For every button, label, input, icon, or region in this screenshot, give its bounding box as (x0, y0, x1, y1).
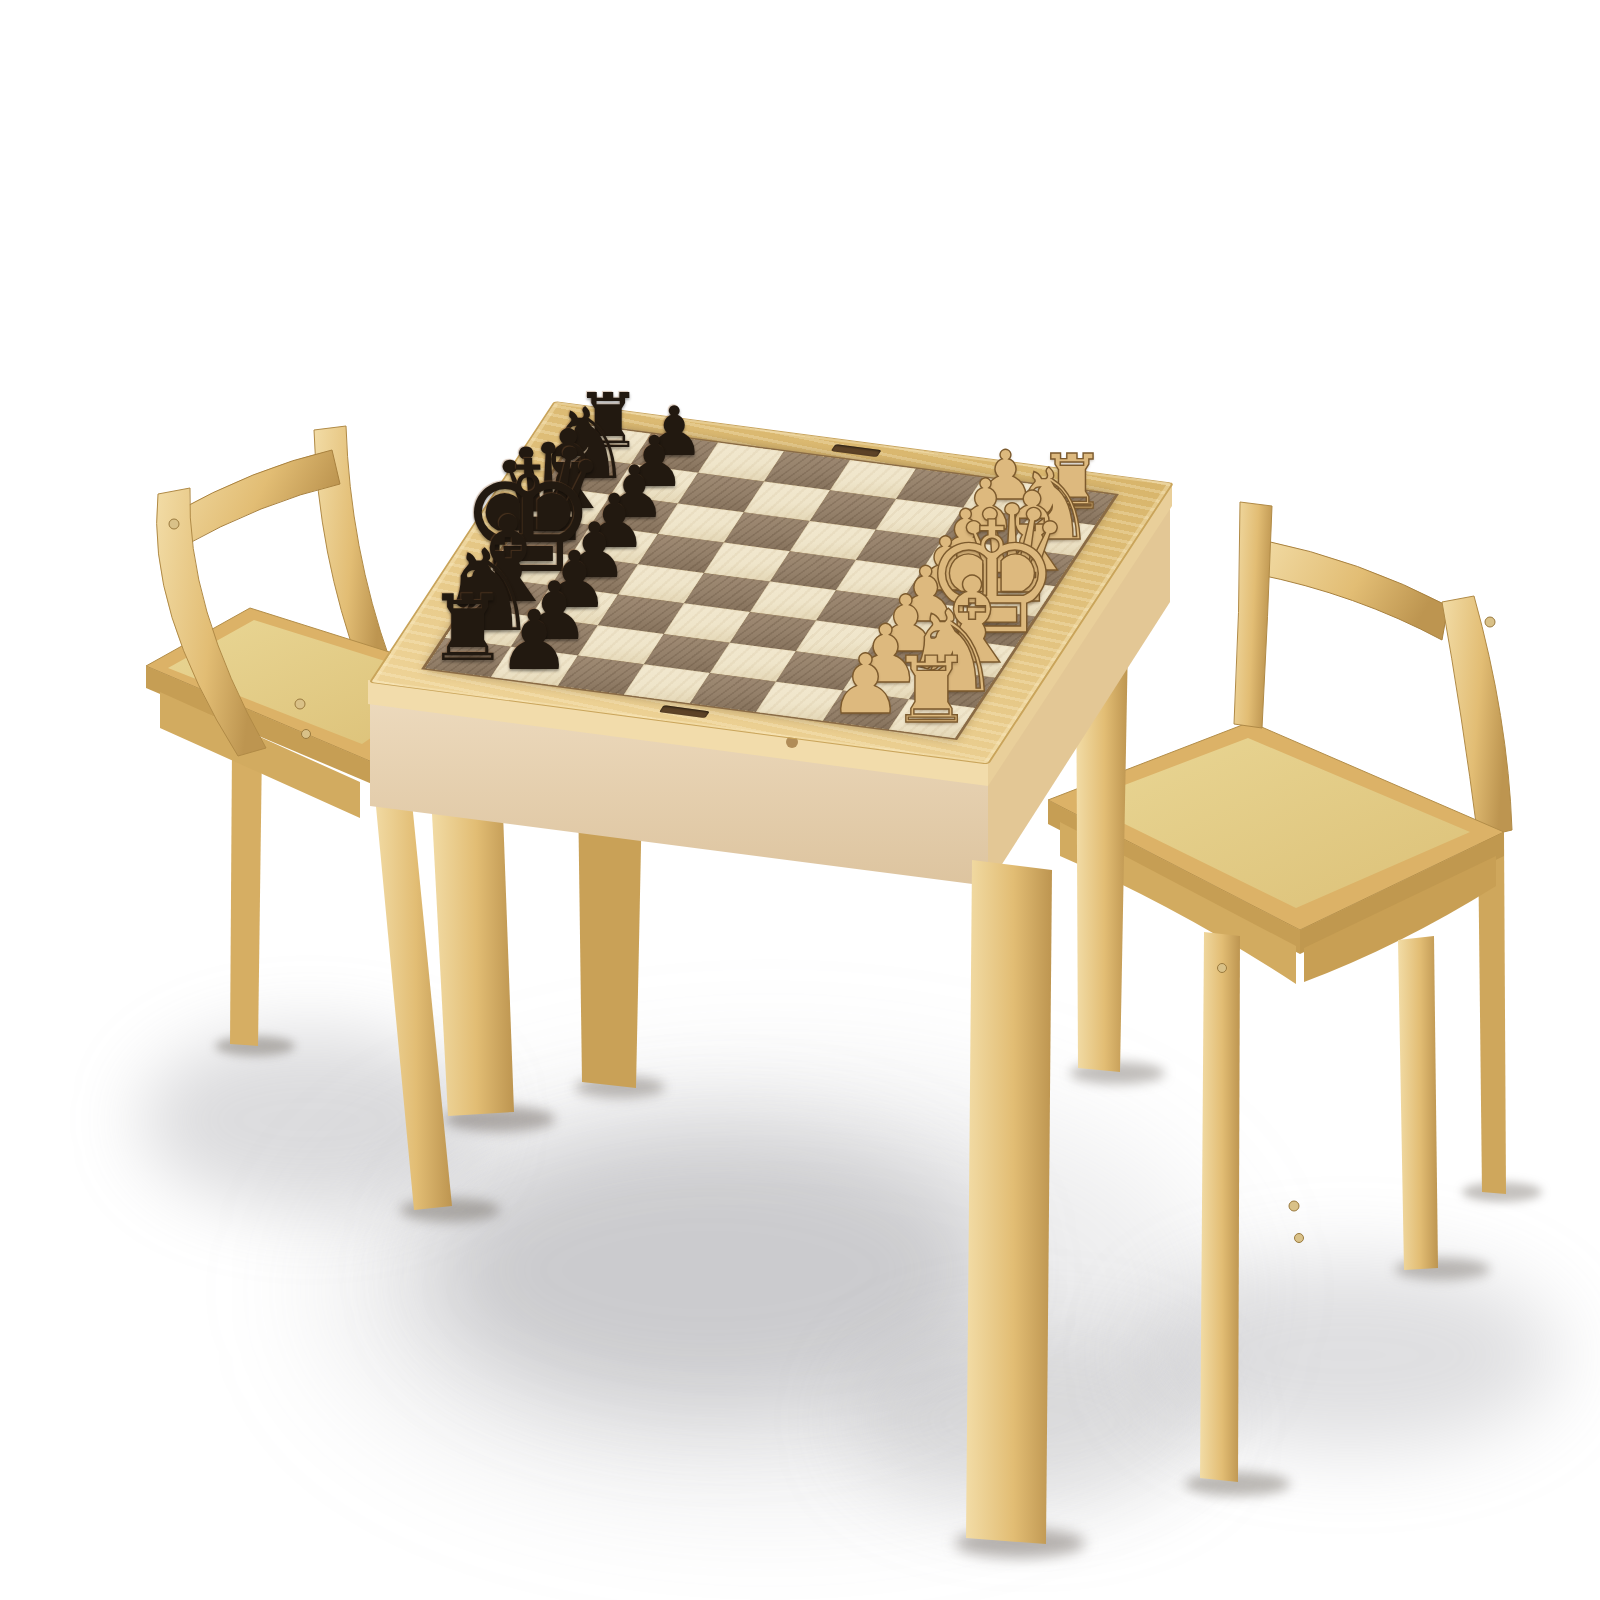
furniture-drawing (0, 0, 1600, 1600)
table-leg-south (966, 860, 1052, 1544)
chair-back-post (1234, 502, 1272, 728)
screw (169, 519, 179, 529)
chair-front-leg (1200, 932, 1240, 1482)
chair-back-post (1442, 596, 1512, 838)
left-chair (146, 426, 478, 1210)
chair-back-rail (1256, 540, 1448, 640)
screw (1218, 964, 1227, 973)
product-photo: ♜♟♞♟♟♝♜♟♟♛♞♟♟♚♝♟♟♝♛♟♟♞♚♟♟♜♝♟♟♞♟♜ (0, 0, 1600, 1600)
screw (1289, 1201, 1299, 1211)
screw (302, 730, 311, 739)
screw (1295, 1234, 1304, 1243)
chair-front-leg (1398, 936, 1438, 1270)
chair-rear-leg (230, 746, 262, 1046)
screw (1485, 617, 1495, 627)
table-leg-west (430, 776, 514, 1116)
screw (295, 699, 305, 709)
chair-back-rail (172, 450, 340, 548)
